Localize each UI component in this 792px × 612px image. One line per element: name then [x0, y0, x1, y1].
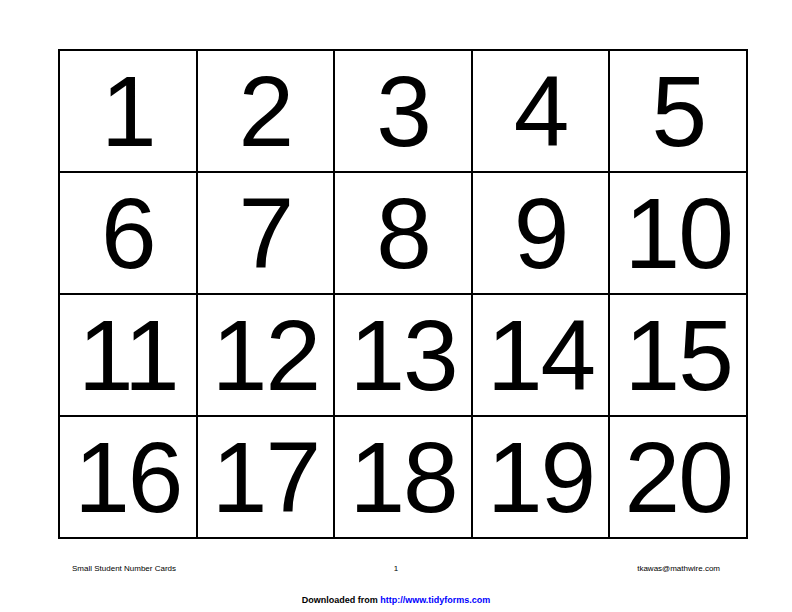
number-card: 15 [609, 294, 747, 416]
number-card: 17 [197, 416, 335, 538]
number-card: 3 [334, 50, 472, 172]
number-card: 20 [609, 416, 747, 538]
number-card: 8 [334, 172, 472, 294]
number-card: 19 [472, 416, 610, 538]
number-card: 16 [59, 416, 197, 538]
number-card: 2 [197, 50, 335, 172]
number-card: 1 [59, 50, 197, 172]
number-card: 5 [609, 50, 747, 172]
number-card: 11 [59, 294, 197, 416]
number-card: 14 [472, 294, 610, 416]
footer-email: tkawas@mathwire.com [637, 564, 720, 573]
number-card: 18 [334, 416, 472, 538]
number-card: 7 [197, 172, 335, 294]
tidyforms-link[interactable]: http://www.tidyforms.com [380, 595, 490, 605]
page: 1234567891011121314151617181920 Small St… [0, 0, 792, 612]
number-card: 12 [197, 294, 335, 416]
download-prefix: Downloaded from [302, 595, 381, 605]
number-card: 6 [59, 172, 197, 294]
number-card: 9 [472, 172, 610, 294]
number-card: 4 [472, 50, 610, 172]
number-card: 13 [334, 294, 472, 416]
download-attribution: Downloaded from http://www.tidyforms.com [0, 595, 792, 605]
number-card: 10 [609, 172, 747, 294]
number-card-grid: 1234567891011121314151617181920 [58, 49, 748, 539]
